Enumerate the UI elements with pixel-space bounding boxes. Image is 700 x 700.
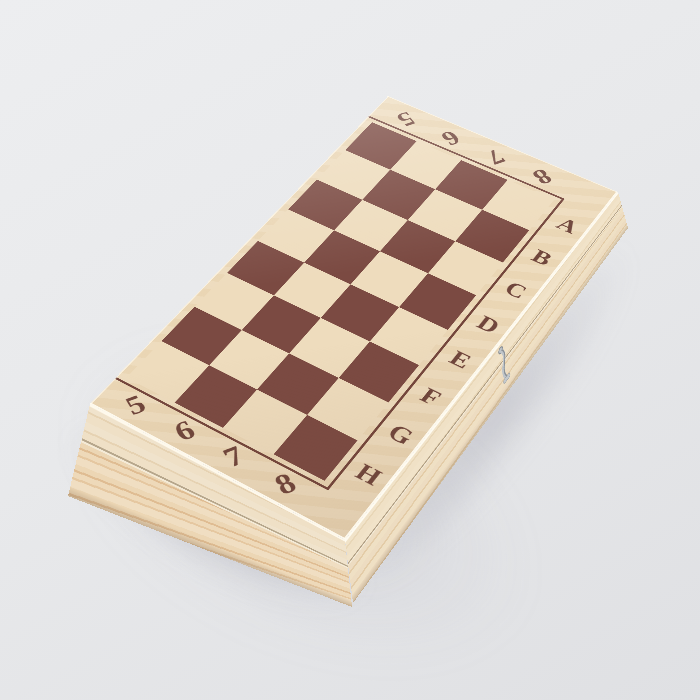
product-photo: 5678 5678 HGFEDCBA [0,0,700,700]
